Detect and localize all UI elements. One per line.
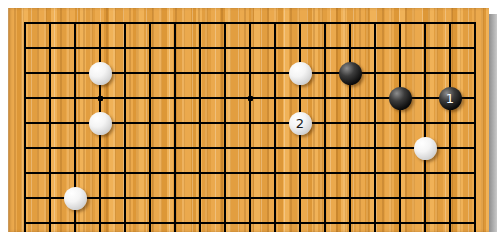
grid-line-vertical xyxy=(274,23,276,232)
white-stone[interactable] xyxy=(414,137,437,160)
black-stone[interactable] xyxy=(389,87,412,110)
grid-line-horizontal xyxy=(24,47,476,49)
star-point xyxy=(98,96,103,101)
grid-line-vertical xyxy=(424,23,426,232)
white-stone[interactable] xyxy=(64,187,87,210)
stone-move-number: 2 xyxy=(296,117,304,130)
grid-line-vertical xyxy=(49,23,51,232)
star-point xyxy=(248,96,253,101)
grid-line-vertical xyxy=(449,23,451,232)
grid-line-horizontal xyxy=(24,197,476,199)
white-stone[interactable] xyxy=(89,62,112,85)
board-drop-shadow xyxy=(489,14,497,232)
grid-line-vertical xyxy=(24,23,26,232)
grid-line-vertical xyxy=(474,23,476,232)
grid-line-vertical xyxy=(324,23,326,232)
go-board[interactable]: 12 xyxy=(8,8,489,232)
grid-line-vertical xyxy=(149,23,151,232)
black-stone[interactable]: 1 xyxy=(439,87,462,110)
grid-line-vertical xyxy=(124,23,126,232)
grid-line-horizontal xyxy=(24,172,476,174)
grid-line-vertical xyxy=(249,23,251,232)
grid-line-vertical xyxy=(399,23,401,232)
page: 12 xyxy=(0,0,500,232)
grid-line-vertical xyxy=(199,23,201,232)
white-stone[interactable] xyxy=(289,62,312,85)
grid-line-horizontal xyxy=(24,147,476,149)
white-stone[interactable]: 2 xyxy=(289,112,312,135)
white-stone[interactable] xyxy=(89,112,112,135)
grid-line-vertical xyxy=(174,23,176,232)
grid-line-vertical xyxy=(224,23,226,232)
grid-line-horizontal xyxy=(24,22,476,24)
grid-line-horizontal xyxy=(24,222,476,224)
stone-move-number: 1 xyxy=(446,92,454,105)
grid-line-vertical xyxy=(374,23,376,232)
grid-line-vertical xyxy=(349,23,351,232)
black-stone[interactable] xyxy=(339,62,362,85)
